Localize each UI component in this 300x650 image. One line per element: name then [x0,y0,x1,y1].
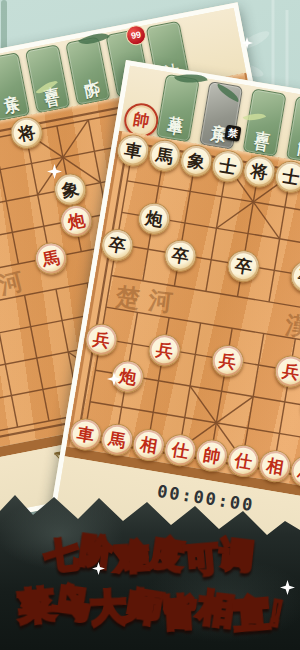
tab-菜单[interactable]: 菜单 [156,74,200,143]
tab-badge-99: 99 [124,23,147,46]
piece-red-兵[interactable]: 兵 [146,332,183,369]
tab-声音[interactable]: 声音 [242,88,286,157]
slogan-char: 大 [89,583,127,634]
piece-red-仕[interactable]: 仕 [225,442,262,479]
tab-label: 菜单 [168,103,188,114]
piece-black-卒[interactable]: 卒 [288,258,300,295]
piece-red-帥[interactable]: 帥 [193,437,230,474]
slogan-char: 可 [184,536,222,584]
piece-red-馬[interactable]: 馬 [288,453,300,490]
slogan-char: 鸟 [51,576,94,630]
slogan-char: 调 [218,531,258,580]
tab-label: 音乐 [211,110,231,121]
tab-label: 让先 [158,50,178,61]
piece-black-車[interactable]: 車 [115,132,152,169]
piece-black-卒[interactable]: 卒 [162,237,199,274]
piece-red-馬[interactable]: 馬 [32,240,70,278]
slogan-char: ! [266,592,285,635]
piece-red-炮[interactable]: 炮 [58,202,96,240]
tab-badge-禁: 禁 [224,125,241,142]
piece-red-相[interactable]: 相 [130,427,167,464]
piece-black-将[interactable]: 将 [8,114,46,152]
slogan-char: 皆 [161,587,200,638]
piece-black-士[interactable]: 士 [209,148,246,185]
piece-red-兵[interactable]: 兵 [272,353,300,390]
tab-label: 七阶 [78,65,98,76]
tab-音乐[interactable]: 音乐 [0,52,30,121]
piece-black-馬[interactable]: 馬 [146,137,183,174]
piece-black-卒[interactable]: 卒 [225,248,262,285]
tab-七阶[interactable]: 七阶 [286,96,300,165]
piece-black-将[interactable]: 将 [241,153,278,190]
slogan-char: 七 [43,532,83,581]
piece-red-炮[interactable]: 炮 [299,390,300,427]
tab-声音[interactable]: 声音 [25,44,71,113]
piece-red-相[interactable]: 相 [257,448,294,485]
slogan-char: 难 [114,534,152,581]
promo-slogan-line2: 菜鸟大师皆相宜! [0,577,300,639]
piece-red-兵[interactable]: 兵 [209,342,246,379]
tab-label: 七阶 [298,124,300,135]
slogan-char: 度 [147,530,188,580]
tab-七阶[interactable]: 七阶 [65,36,111,105]
promo-slogan-line1: 七阶难度可调 [0,529,300,582]
piece-black-炮[interactable]: 炮 [136,200,173,237]
piece-black-象[interactable]: 象 [51,171,89,209]
tab-label: 音乐 [0,81,18,92]
piece-red-仕[interactable]: 仕 [162,432,199,469]
app-promo-screenshot: 音乐声音七阶悔棋99让先 楚河 漢界 将象炮馬 帥 菜单音乐禁声音七阶 [0,0,300,650]
piece-black-卒[interactable]: 卒 [99,227,136,264]
piece-red-兵[interactable]: 兵 [83,321,120,358]
slogan-char: 师 [122,580,166,634]
piece-black-象[interactable]: 象 [178,143,215,180]
slogan-char: 相 [195,583,237,636]
piece-black-士[interactable]: 士 [273,158,300,195]
piece-red-馬[interactable]: 馬 [99,421,136,458]
piece-red-車[interactable]: 車 [67,416,104,453]
